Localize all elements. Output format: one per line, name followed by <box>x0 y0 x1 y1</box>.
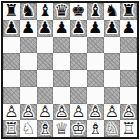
square-d1[interactable]: ♕ <box>53 120 70 137</box>
square-c5[interactable] <box>37 53 54 70</box>
piece-white-knight[interactable]: ♘ <box>21 121 35 137</box>
square-h5[interactable] <box>120 53 137 70</box>
square-f8[interactable]: ♝ <box>87 3 104 20</box>
square-h2[interactable]: ♙ <box>120 104 137 121</box>
square-e4[interactable] <box>70 70 87 87</box>
square-a3[interactable] <box>3 87 20 104</box>
piece-white-king[interactable]: ♔ <box>71 121 85 137</box>
piece-black-pawn[interactable]: ♟ <box>38 20 52 36</box>
square-a5[interactable] <box>3 53 20 70</box>
square-g5[interactable] <box>104 53 121 70</box>
square-h6[interactable] <box>120 37 137 54</box>
piece-black-pawn[interactable]: ♟ <box>21 20 35 36</box>
piece-white-pawn[interactable]: ♙ <box>38 104 52 120</box>
piece-white-rook[interactable]: ♖ <box>4 121 18 137</box>
square-c8[interactable]: ♝ <box>37 3 54 20</box>
square-f4[interactable] <box>87 70 104 87</box>
piece-white-pawn[interactable]: ♙ <box>88 104 102 120</box>
square-d4[interactable] <box>53 70 70 87</box>
square-b1[interactable]: ♘ <box>20 120 37 137</box>
piece-white-rook[interactable]: ♖ <box>121 121 135 137</box>
square-c6[interactable] <box>37 37 54 54</box>
square-a2[interactable]: ♙ <box>3 104 20 121</box>
piece-black-pawn[interactable]: ♟ <box>88 20 102 36</box>
square-c2[interactable]: ♙ <box>37 104 54 121</box>
square-a8[interactable]: ♜ <box>3 3 20 20</box>
piece-white-pawn[interactable]: ♙ <box>121 104 135 120</box>
piece-white-pawn[interactable]: ♙ <box>21 104 35 120</box>
piece-black-pawn[interactable]: ♟ <box>71 20 85 36</box>
piece-white-knight[interactable]: ♘ <box>105 121 119 137</box>
square-f1[interactable]: ♗ <box>87 120 104 137</box>
square-d7[interactable]: ♟ <box>53 20 70 37</box>
square-g8[interactable]: ♞ <box>104 3 121 20</box>
square-f7[interactable]: ♟ <box>87 20 104 37</box>
square-b7[interactable]: ♟ <box>20 20 37 37</box>
square-b5[interactable] <box>20 53 37 70</box>
square-c3[interactable] <box>37 87 54 104</box>
square-g4[interactable] <box>104 70 121 87</box>
piece-black-pawn[interactable]: ♟ <box>105 20 119 36</box>
square-a4[interactable] <box>3 70 20 87</box>
piece-white-pawn[interactable]: ♙ <box>54 104 68 120</box>
square-f3[interactable] <box>87 87 104 104</box>
square-c7[interactable]: ♟ <box>37 20 54 37</box>
square-h4[interactable] <box>120 70 137 87</box>
square-d5[interactable] <box>53 53 70 70</box>
piece-black-king[interactable]: ♚ <box>71 3 85 19</box>
square-h1[interactable]: ♖ <box>120 120 137 137</box>
square-b4[interactable] <box>20 70 37 87</box>
square-e3[interactable] <box>70 87 87 104</box>
square-g7[interactable]: ♟ <box>104 20 121 37</box>
square-e1[interactable]: ♔ <box>70 120 87 137</box>
square-b6[interactable] <box>20 37 37 54</box>
square-h3[interactable] <box>120 87 137 104</box>
square-g6[interactable] <box>104 37 121 54</box>
square-g1[interactable]: ♘ <box>104 120 121 137</box>
square-f2[interactable]: ♙ <box>87 104 104 121</box>
piece-black-pawn[interactable]: ♟ <box>54 20 68 36</box>
piece-white-pawn[interactable]: ♙ <box>71 104 85 120</box>
square-e8[interactable]: ♚ <box>70 3 87 20</box>
square-e7[interactable]: ♟ <box>70 20 87 37</box>
piece-white-pawn[interactable]: ♙ <box>105 104 119 120</box>
square-b2[interactable]: ♙ <box>20 104 37 121</box>
piece-white-bishop[interactable]: ♗ <box>38 121 52 137</box>
square-c1[interactable]: ♗ <box>37 120 54 137</box>
square-b3[interactable] <box>20 87 37 104</box>
piece-black-bishop[interactable]: ♝ <box>38 3 52 19</box>
piece-white-pawn[interactable]: ♙ <box>4 104 18 120</box>
piece-white-queen[interactable]: ♕ <box>54 121 68 137</box>
square-h8[interactable]: ♜ <box>120 3 137 20</box>
square-d6[interactable] <box>53 37 70 54</box>
square-a1[interactable]: ♖ <box>3 120 20 137</box>
square-d3[interactable] <box>53 87 70 104</box>
piece-black-pawn[interactable]: ♟ <box>121 20 135 36</box>
square-a6[interactable] <box>3 37 20 54</box>
square-d2[interactable]: ♙ <box>53 104 70 121</box>
piece-black-queen[interactable]: ♛ <box>54 3 68 19</box>
square-e2[interactable]: ♙ <box>70 104 87 121</box>
piece-black-pawn[interactable]: ♟ <box>4 20 18 36</box>
square-g3[interactable] <box>104 87 121 104</box>
piece-white-bishop[interactable]: ♗ <box>88 121 102 137</box>
piece-black-rook[interactable]: ♜ <box>121 3 135 19</box>
square-d8[interactable]: ♛ <box>53 3 70 20</box>
square-f6[interactable] <box>87 37 104 54</box>
square-b8[interactable]: ♞ <box>20 3 37 20</box>
square-c4[interactable] <box>37 70 54 87</box>
piece-black-knight[interactable]: ♞ <box>105 3 119 19</box>
piece-black-knight[interactable]: ♞ <box>21 3 35 19</box>
square-f5[interactable] <box>87 53 104 70</box>
chess-board: ♜♞♝♛♚♝♞♜♟♟♟♟♟♟♟♟♙♙♙♙♙♙♙♙♖♘♗♕♔♗♘♖ <box>1 1 139 139</box>
piece-black-rook[interactable]: ♜ <box>4 3 18 19</box>
square-e5[interactable] <box>70 53 87 70</box>
square-e6[interactable] <box>70 37 87 54</box>
piece-black-bishop[interactable]: ♝ <box>88 3 102 19</box>
square-g2[interactable]: ♙ <box>104 104 121 121</box>
square-a7[interactable]: ♟ <box>3 20 20 37</box>
square-h7[interactable]: ♟ <box>120 20 137 37</box>
